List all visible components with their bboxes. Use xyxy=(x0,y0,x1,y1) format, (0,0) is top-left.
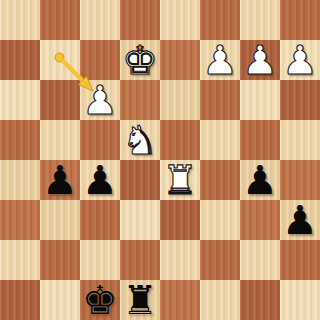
square-h8[interactable] xyxy=(0,280,40,320)
square-b5[interactable]: ♟ xyxy=(240,160,280,200)
square-d5[interactable]: ♜ xyxy=(160,160,200,200)
black-pawn: ♟ xyxy=(82,160,118,200)
square-g4[interactable] xyxy=(40,120,80,160)
square-f6[interactable] xyxy=(80,200,120,240)
square-b1[interactable] xyxy=(240,0,280,40)
square-f3[interactable]: ♟ xyxy=(80,80,120,120)
square-a8[interactable] xyxy=(280,280,320,320)
square-g2[interactable] xyxy=(40,40,80,80)
square-f5[interactable]: ♟ xyxy=(80,160,120,200)
square-h2[interactable] xyxy=(0,40,40,80)
square-h6[interactable] xyxy=(0,200,40,240)
square-f4[interactable] xyxy=(80,120,120,160)
black-pawn: ♟ xyxy=(42,160,78,200)
black-pawn: ♟ xyxy=(242,160,278,200)
square-c6[interactable] xyxy=(200,200,240,240)
square-b4[interactable] xyxy=(240,120,280,160)
square-d7[interactable] xyxy=(160,240,200,280)
square-d8[interactable] xyxy=(160,280,200,320)
square-e6[interactable] xyxy=(120,200,160,240)
square-f7[interactable] xyxy=(80,240,120,280)
white-pawn: ♟ xyxy=(242,40,278,80)
square-h5[interactable] xyxy=(0,160,40,200)
square-b3[interactable] xyxy=(240,80,280,120)
square-d6[interactable] xyxy=(160,200,200,240)
white-pawn: ♟ xyxy=(202,40,238,80)
black-rook: ♜ xyxy=(122,280,158,320)
chessboard: ♚♟♟♟♟♞♟♟♜♟♟♚♜ xyxy=(0,0,320,320)
square-c8[interactable] xyxy=(200,280,240,320)
square-a5[interactable] xyxy=(280,160,320,200)
square-a1[interactable] xyxy=(280,0,320,40)
square-e8[interactable]: ♜ xyxy=(120,280,160,320)
square-b6[interactable] xyxy=(240,200,280,240)
square-c5[interactable] xyxy=(200,160,240,200)
square-c1[interactable] xyxy=(200,0,240,40)
square-g6[interactable] xyxy=(40,200,80,240)
square-c4[interactable] xyxy=(200,120,240,160)
square-a3[interactable] xyxy=(280,80,320,120)
square-c7[interactable] xyxy=(200,240,240,280)
square-e1[interactable] xyxy=(120,0,160,40)
square-e4[interactable]: ♞ xyxy=(120,120,160,160)
square-c3[interactable] xyxy=(200,80,240,120)
square-a6[interactable]: ♟ xyxy=(280,200,320,240)
square-h4[interactable] xyxy=(0,120,40,160)
square-g5[interactable]: ♟ xyxy=(40,160,80,200)
square-b2[interactable]: ♟ xyxy=(240,40,280,80)
square-e5[interactable] xyxy=(120,160,160,200)
square-b7[interactable] xyxy=(240,240,280,280)
square-a2[interactable]: ♟ xyxy=(280,40,320,80)
white-pawn: ♟ xyxy=(282,40,318,80)
white-king: ♚ xyxy=(122,40,158,80)
white-pawn: ♟ xyxy=(82,80,118,120)
square-b8[interactable] xyxy=(240,280,280,320)
square-g3[interactable] xyxy=(40,80,80,120)
square-g8[interactable] xyxy=(40,280,80,320)
square-h7[interactable] xyxy=(0,240,40,280)
square-g7[interactable] xyxy=(40,240,80,280)
black-king: ♚ xyxy=(82,280,118,320)
square-h3[interactable] xyxy=(0,80,40,120)
white-knight: ♞ xyxy=(122,120,158,160)
square-h1[interactable] xyxy=(0,0,40,40)
square-f1[interactable] xyxy=(80,0,120,40)
square-a4[interactable] xyxy=(280,120,320,160)
square-g1[interactable] xyxy=(40,0,80,40)
square-f8[interactable]: ♚ xyxy=(80,280,120,320)
square-d4[interactable] xyxy=(160,120,200,160)
white-rook: ♜ xyxy=(162,160,198,200)
square-f2[interactable] xyxy=(80,40,120,80)
square-d2[interactable] xyxy=(160,40,200,80)
square-e7[interactable] xyxy=(120,240,160,280)
square-d1[interactable] xyxy=(160,0,200,40)
square-d3[interactable] xyxy=(160,80,200,120)
square-c2[interactable]: ♟ xyxy=(200,40,240,80)
black-pawn: ♟ xyxy=(282,200,318,240)
square-a7[interactable] xyxy=(280,240,320,280)
square-e2[interactable]: ♚ xyxy=(120,40,160,80)
square-e3[interactable] xyxy=(120,80,160,120)
